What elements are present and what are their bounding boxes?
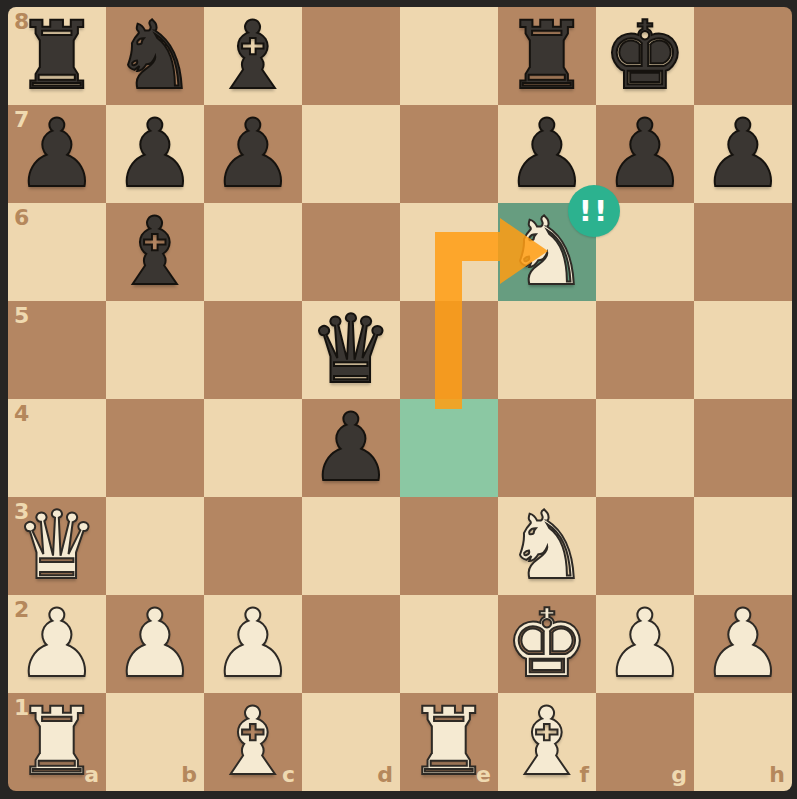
square-d5[interactable]: ♛: [302, 301, 400, 399]
piece-black-knight[interactable]: ♞: [106, 7, 204, 105]
square-g8[interactable]: ♚: [596, 7, 694, 105]
square-e7[interactable]: [400, 105, 498, 203]
piece-black-pawn[interactable]: ♟: [694, 105, 792, 203]
piece-white-knight[interactable]: ♞: [498, 497, 596, 595]
square-c8[interactable]: ♝: [204, 7, 302, 105]
brilliant-move-badge: !!: [568, 185, 620, 237]
square-a2[interactable]: 2♟: [8, 595, 106, 693]
square-a6[interactable]: 6: [8, 203, 106, 301]
square-a5[interactable]: 5: [8, 301, 106, 399]
square-c6[interactable]: [204, 203, 302, 301]
rank-label-5: 5: [14, 305, 29, 327]
square-b2[interactable]: ♟: [106, 595, 204, 693]
piece-white-king[interactable]: ♚: [498, 595, 596, 693]
square-g4[interactable]: [596, 399, 694, 497]
square-b7[interactable]: ♟: [106, 105, 204, 203]
square-c4[interactable]: [204, 399, 302, 497]
square-d3[interactable]: [302, 497, 400, 595]
square-d1[interactable]: d: [302, 693, 400, 791]
file-label-h: h: [769, 764, 785, 786]
piece-white-rook[interactable]: ♜: [400, 693, 498, 791]
square-g5[interactable]: [596, 301, 694, 399]
square-d2[interactable]: [302, 595, 400, 693]
square-c7[interactable]: ♟: [204, 105, 302, 203]
file-label-b: b: [181, 764, 197, 786]
square-f6[interactable]: ♞!!: [498, 203, 596, 301]
piece-black-pawn[interactable]: ♟: [302, 399, 400, 497]
square-c3[interactable]: [204, 497, 302, 595]
piece-black-rook[interactable]: ♜: [8, 7, 106, 105]
file-label-d: d: [377, 764, 393, 786]
square-d7[interactable]: [302, 105, 400, 203]
square-g1[interactable]: g: [596, 693, 694, 791]
square-f5[interactable]: [498, 301, 596, 399]
square-h5[interactable]: [694, 301, 792, 399]
piece-white-pawn[interactable]: ♟: [596, 595, 694, 693]
square-h8[interactable]: [694, 7, 792, 105]
piece-black-pawn[interactable]: ♟: [106, 105, 204, 203]
square-h2[interactable]: ♟: [694, 595, 792, 693]
piece-white-rook[interactable]: ♜: [8, 693, 106, 791]
square-d8[interactable]: [302, 7, 400, 105]
piece-white-bishop[interactable]: ♝: [204, 693, 302, 791]
square-c1[interactable]: c♝: [204, 693, 302, 791]
square-h4[interactable]: [694, 399, 792, 497]
square-f8[interactable]: ♜: [498, 7, 596, 105]
square-e2[interactable]: [400, 595, 498, 693]
square-a7[interactable]: 7♟: [8, 105, 106, 203]
square-a1[interactable]: 1a♜: [8, 693, 106, 791]
square-f3[interactable]: ♞: [498, 497, 596, 595]
piece-black-king[interactable]: ♚: [596, 7, 694, 105]
square-g7[interactable]: ♟: [596, 105, 694, 203]
square-e1[interactable]: e♜: [400, 693, 498, 791]
rank-label-6: 6: [14, 207, 29, 229]
piece-black-queen[interactable]: ♛: [302, 301, 400, 399]
square-h3[interactable]: [694, 497, 792, 595]
square-d6[interactable]: [302, 203, 400, 301]
piece-white-queen[interactable]: ♛: [8, 497, 106, 595]
piece-black-pawn[interactable]: ♟: [204, 105, 302, 203]
square-e8[interactable]: [400, 7, 498, 105]
piece-white-pawn[interactable]: ♟: [106, 595, 204, 693]
board-frame: 8♜♞♝♜♚7♟♟♟♟♟♟6♝♞!!5♛4♟3♛♞2♟♟♟♚♟♟1a♜bc♝de…: [0, 0, 797, 799]
square-e6[interactable]: [400, 203, 498, 301]
square-g3[interactable]: [596, 497, 694, 595]
square-h7[interactable]: ♟: [694, 105, 792, 203]
square-f1[interactable]: f♝: [498, 693, 596, 791]
square-a3[interactable]: 3♛: [8, 497, 106, 595]
square-e3[interactable]: [400, 497, 498, 595]
piece-black-pawn[interactable]: ♟: [596, 105, 694, 203]
square-h1[interactable]: h: [694, 693, 792, 791]
square-g2[interactable]: ♟: [596, 595, 694, 693]
rank-label-4: 4: [14, 403, 29, 425]
square-b6[interactable]: ♝: [106, 203, 204, 301]
square-b5[interactable]: [106, 301, 204, 399]
square-c5[interactable]: [204, 301, 302, 399]
square-a4[interactable]: 4: [8, 399, 106, 497]
square-c2[interactable]: ♟: [204, 595, 302, 693]
piece-white-pawn[interactable]: ♟: [694, 595, 792, 693]
square-e5[interactable]: [400, 301, 498, 399]
square-b4[interactable]: [106, 399, 204, 497]
piece-black-pawn[interactable]: ♟: [8, 105, 106, 203]
piece-white-pawn[interactable]: ♟: [8, 595, 106, 693]
piece-black-rook[interactable]: ♜: [498, 7, 596, 105]
piece-black-bishop[interactable]: ♝: [204, 7, 302, 105]
square-f2[interactable]: ♚: [498, 595, 596, 693]
piece-white-pawn[interactable]: ♟: [204, 595, 302, 693]
piece-white-bishop[interactable]: ♝: [498, 693, 596, 791]
square-e4[interactable]: [400, 399, 498, 497]
chess-board: 8♜♞♝♜♚7♟♟♟♟♟♟6♝♞!!5♛4♟3♛♞2♟♟♟♚♟♟1a♜bc♝de…: [8, 7, 792, 791]
square-d4[interactable]: ♟: [302, 399, 400, 497]
square-b8[interactable]: ♞: [106, 7, 204, 105]
square-b3[interactable]: [106, 497, 204, 595]
square-b1[interactable]: b: [106, 693, 204, 791]
square-f4[interactable]: [498, 399, 596, 497]
square-a8[interactable]: 8♜: [8, 7, 106, 105]
square-h6[interactable]: [694, 203, 792, 301]
piece-black-bishop[interactable]: ♝: [106, 203, 204, 301]
file-label-g: g: [671, 764, 687, 786]
